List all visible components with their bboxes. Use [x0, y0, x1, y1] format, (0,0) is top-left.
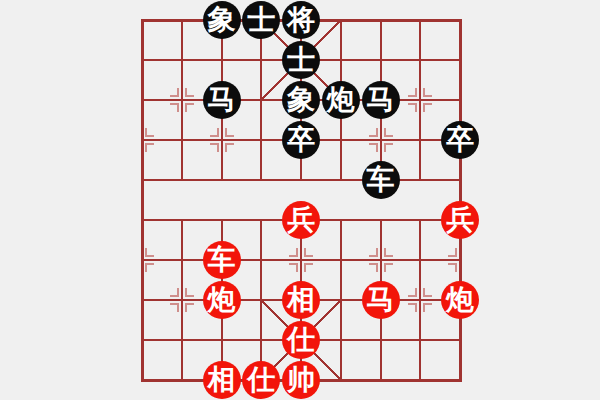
piece-black-elephant[interactable]: 象 — [282, 81, 320, 119]
board-intersection[interactable]: 炮 — [321, 80, 361, 120]
board-intersection[interactable] — [400, 40, 440, 80]
board-intersection[interactable] — [241, 280, 281, 320]
piece-black-advisor[interactable]: 士 — [242, 1, 280, 39]
board-intersection[interactable] — [241, 240, 281, 280]
board-intersection[interactable] — [122, 320, 162, 360]
board-intersection[interactable]: 士 — [281, 40, 321, 80]
board-intersection[interactable]: 卒 — [440, 120, 480, 160]
piece-black-soldier[interactable]: 卒 — [441, 121, 479, 159]
board-intersection[interactable] — [122, 240, 162, 280]
board-intersection[interactable]: 帅 — [281, 360, 321, 400]
board-intersection[interactable] — [400, 320, 440, 360]
board-intersection[interactable] — [122, 120, 162, 160]
piece-black-advisor[interactable]: 士 — [282, 41, 320, 79]
piece-black-horse[interactable]: 马 — [203, 81, 241, 119]
board-intersection[interactable]: 士 — [241, 0, 281, 40]
board-intersection[interactable] — [321, 360, 361, 400]
board-intersection[interactable] — [241, 200, 281, 240]
board-intersection[interactable] — [440, 40, 480, 80]
board-intersection[interactable] — [440, 320, 480, 360]
piece-black-soldier[interactable]: 卒 — [282, 121, 320, 159]
board-intersection[interactable] — [281, 240, 321, 280]
board-intersection[interactable] — [162, 40, 202, 80]
board-intersection[interactable]: 卒 — [281, 120, 321, 160]
board-intersection[interactable] — [321, 240, 361, 280]
board-intersection[interactable] — [122, 40, 162, 80]
board-intersection[interactable]: 象 — [281, 80, 321, 120]
board-intersection[interactable]: 仕 — [241, 360, 281, 400]
board-intersection[interactable]: 马 — [361, 80, 401, 120]
board-intersection[interactable] — [400, 360, 440, 400]
piece-red-elephant[interactable]: 相 — [203, 361, 241, 399]
board-intersection[interactable] — [361, 240, 401, 280]
board-intersection[interactable] — [162, 360, 202, 400]
piece-red-chariot[interactable]: 车 — [203, 241, 241, 279]
board-intersection[interactable] — [162, 80, 202, 120]
piece-black-cannon[interactable]: 炮 — [322, 81, 360, 119]
board-intersection[interactable] — [361, 0, 401, 40]
board-intersection[interactable] — [122, 0, 162, 40]
board-intersection[interactable] — [202, 200, 242, 240]
piece-red-horse[interactable]: 马 — [362, 281, 400, 319]
board-intersection[interactable] — [321, 320, 361, 360]
board-intersection[interactable] — [162, 320, 202, 360]
board-intersection[interactable] — [241, 320, 281, 360]
board-intersection[interactable] — [321, 40, 361, 80]
board-intersection[interactable] — [321, 280, 361, 320]
board-intersection[interactable] — [241, 160, 281, 200]
board-intersection[interactable] — [202, 40, 242, 80]
board-intersection[interactable] — [321, 200, 361, 240]
board-intersection[interactable] — [241, 40, 281, 80]
board-intersection[interactable]: 相 — [281, 280, 321, 320]
board-intersection[interactable] — [122, 200, 162, 240]
board-intersection[interactable]: 兵 — [281, 200, 321, 240]
board-intersection[interactable]: 将 — [281, 0, 321, 40]
board-intersection[interactable] — [361, 320, 401, 360]
board-intersection[interactable] — [440, 80, 480, 120]
board-intersection[interactable] — [162, 0, 202, 40]
board-intersection[interactable] — [162, 280, 202, 320]
board-intersection[interactable]: 炮 — [440, 280, 480, 320]
board-intersection[interactable] — [162, 160, 202, 200]
piece-red-general[interactable]: 帅 — [282, 361, 320, 399]
board-intersection[interactable] — [440, 0, 480, 40]
board-intersection[interactable] — [361, 40, 401, 80]
board-intersection[interactable] — [440, 240, 480, 280]
board-intersection[interactable]: 象 — [202, 0, 242, 40]
board-intersection[interactable] — [281, 160, 321, 200]
board-intersection[interactable] — [202, 320, 242, 360]
piece-black-horse[interactable]: 马 — [362, 81, 400, 119]
piece-black-elephant[interactable]: 象 — [203, 1, 241, 39]
board-intersection[interactable] — [361, 360, 401, 400]
board-intersection[interactable] — [400, 120, 440, 160]
board-intersection[interactable] — [122, 80, 162, 120]
piece-red-elephant[interactable]: 相 — [282, 281, 320, 319]
piece-red-advisor[interactable]: 仕 — [242, 361, 280, 399]
board-intersection[interactable] — [400, 160, 440, 200]
board-intersection[interactable] — [241, 120, 281, 160]
board-intersection[interactable] — [162, 240, 202, 280]
board-intersection[interactable] — [122, 360, 162, 400]
board-intersection[interactable] — [202, 160, 242, 200]
board-intersection[interactable]: 车 — [202, 240, 242, 280]
piece-red-soldier[interactable]: 兵 — [282, 201, 320, 239]
board-intersection[interactable] — [400, 0, 440, 40]
board-intersection[interactable] — [400, 80, 440, 120]
board-intersection[interactable]: 马 — [202, 80, 242, 120]
board-intersection[interactable] — [162, 200, 202, 240]
board-intersection[interactable] — [400, 200, 440, 240]
board-intersection[interactable]: 相 — [202, 360, 242, 400]
board-intersection[interactable]: 车 — [361, 160, 401, 200]
board-intersection[interactable] — [361, 120, 401, 160]
board-intersection[interactable] — [321, 160, 361, 200]
piece-red-cannon[interactable]: 炮 — [203, 281, 241, 319]
board-intersection[interactable] — [440, 360, 480, 400]
board-intersection[interactable]: 仕 — [281, 320, 321, 360]
piece-red-advisor[interactable]: 仕 — [282, 321, 320, 359]
piece-red-soldier[interactable]: 兵 — [441, 201, 479, 239]
board-intersection[interactable] — [321, 120, 361, 160]
board-intersection[interactable]: 炮 — [202, 280, 242, 320]
xiangqi-app-background: 象士将士马象炮马卒卒车兵兵车炮相马炮仕相仕帅 — [0, 0, 600, 400]
board-intersection[interactable] — [202, 120, 242, 160]
piece-black-chariot[interactable]: 车 — [362, 161, 400, 199]
board-intersection[interactable] — [122, 160, 162, 200]
piece-red-cannon[interactable]: 炮 — [441, 281, 479, 319]
board-intersection[interactable] — [241, 80, 281, 120]
board-intersection[interactable] — [361, 200, 401, 240]
board-intersection[interactable] — [400, 240, 440, 280]
board-intersection[interactable]: 马 — [361, 280, 401, 320]
board-grid: 象士将士马象炮马卒卒车兵兵车炮相马炮仕相仕帅 — [122, 0, 480, 400]
piece-black-general[interactable]: 将 — [282, 1, 320, 39]
board-intersection[interactable] — [321, 0, 361, 40]
board-intersection[interactable] — [440, 160, 480, 200]
board-intersection[interactable] — [162, 120, 202, 160]
board-intersection[interactable]: 兵 — [440, 200, 480, 240]
board-intersection[interactable] — [400, 280, 440, 320]
board-intersection[interactable] — [122, 280, 162, 320]
